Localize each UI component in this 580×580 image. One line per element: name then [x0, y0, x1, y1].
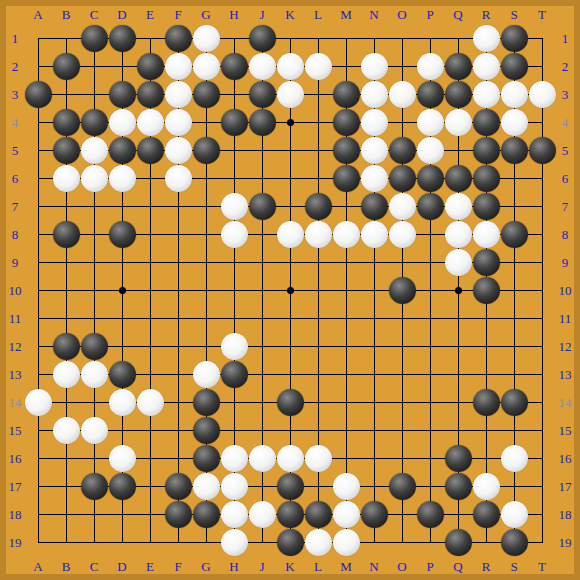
- white-stone-S18: [501, 501, 528, 528]
- black-stone-O17: [389, 473, 416, 500]
- col-label-top-L: L: [314, 8, 322, 21]
- black-stone-K19: [277, 529, 304, 556]
- black-stone-E2: [137, 53, 164, 80]
- row-label-left-7: 7: [12, 200, 19, 213]
- black-stone-M3: [333, 81, 360, 108]
- black-stone-H2: [221, 53, 248, 80]
- black-stone-L18: [305, 501, 332, 528]
- row-label-left-3: 3: [12, 88, 19, 101]
- white-stone-Q7: [445, 193, 472, 220]
- white-stone-F2: [165, 53, 192, 80]
- white-stone-N8: [361, 221, 388, 248]
- row-label-right-9: 9: [562, 256, 569, 269]
- white-stone-F6: [165, 165, 192, 192]
- col-label-top-O: O: [397, 8, 406, 21]
- white-stone-D16: [109, 445, 136, 472]
- column-labels-top: ABCDEFGHJKLMNOPQRST: [24, 1, 556, 27]
- white-stone-C15: [81, 417, 108, 444]
- row-label-right-5: 5: [562, 144, 569, 157]
- col-label-bottom-C: C: [90, 560, 99, 573]
- col-label-top-C: C: [90, 8, 99, 21]
- white-stone-N6: [361, 165, 388, 192]
- white-stone-R8: [473, 221, 500, 248]
- black-stone-E5: [137, 137, 164, 164]
- col-label-top-H: H: [229, 8, 238, 21]
- white-stone-H8: [221, 221, 248, 248]
- white-stone-H12: [221, 333, 248, 360]
- white-stone-N4: [361, 109, 388, 136]
- black-stone-C17: [81, 473, 108, 500]
- black-stone-F1: [165, 25, 192, 52]
- black-stone-C1: [81, 25, 108, 52]
- col-label-bottom-L: L: [314, 560, 322, 573]
- row-label-left-17: 17: [9, 480, 22, 493]
- col-label-top-A: A: [33, 8, 42, 21]
- col-label-bottom-R: R: [482, 560, 491, 573]
- black-stone-P7: [417, 193, 444, 220]
- col-label-bottom-E: E: [146, 560, 154, 573]
- black-stone-R9: [473, 249, 500, 276]
- black-stone-R7: [473, 193, 500, 220]
- black-stone-J7: [249, 193, 276, 220]
- go-board[interactable]: ABCDEFGHJKLMNOPQRST ABCDEFGHJKLMNOPQRST …: [0, 0, 580, 580]
- black-stone-B8: [53, 221, 80, 248]
- row-label-right-15: 15: [559, 424, 572, 437]
- black-stone-G18: [193, 501, 220, 528]
- black-stone-Q6: [445, 165, 472, 192]
- row-label-right-7: 7: [562, 200, 569, 213]
- col-label-top-Q: Q: [453, 8, 462, 21]
- black-stone-J3: [249, 81, 276, 108]
- col-label-bottom-G: G: [201, 560, 210, 573]
- white-stone-A14: [25, 389, 52, 416]
- col-label-bottom-D: D: [117, 560, 126, 573]
- row-label-left-19: 19: [9, 536, 22, 549]
- black-stone-G5: [193, 137, 220, 164]
- black-stone-C12: [81, 333, 108, 360]
- white-stone-P2: [417, 53, 444, 80]
- row-label-right-17: 17: [559, 480, 572, 493]
- col-label-top-B: B: [62, 8, 71, 21]
- white-stone-M19: [333, 529, 360, 556]
- black-stone-R14: [473, 389, 500, 416]
- row-label-left-8: 8: [12, 228, 19, 241]
- black-stone-D5: [109, 137, 136, 164]
- white-stone-P4: [417, 109, 444, 136]
- black-stone-E3: [137, 81, 164, 108]
- row-labels-right: 12345678910111213141516171819: [552, 24, 578, 556]
- col-label-top-M: M: [340, 8, 352, 21]
- row-label-left-15: 15: [9, 424, 22, 437]
- white-stone-H17: [221, 473, 248, 500]
- black-stone-O6: [389, 165, 416, 192]
- white-stone-D6: [109, 165, 136, 192]
- white-stone-M8: [333, 221, 360, 248]
- black-stone-L7: [305, 193, 332, 220]
- black-stone-D17: [109, 473, 136, 500]
- black-stone-R10: [473, 277, 500, 304]
- row-label-left-18: 18: [9, 508, 22, 521]
- white-stone-E14: [137, 389, 164, 416]
- white-stone-G13: [193, 361, 220, 388]
- black-stone-F18: [165, 501, 192, 528]
- black-stone-A3: [25, 81, 52, 108]
- black-stone-K17: [277, 473, 304, 500]
- black-stone-S14: [501, 389, 528, 416]
- row-label-right-3: 3: [562, 88, 569, 101]
- black-stone-S2: [501, 53, 528, 80]
- row-label-left-10: 10: [9, 284, 22, 297]
- row-label-right-11: 11: [559, 312, 572, 325]
- black-stone-C4: [81, 109, 108, 136]
- white-stone-C13: [81, 361, 108, 388]
- col-label-top-P: P: [426, 8, 433, 21]
- black-stone-R5: [473, 137, 500, 164]
- col-label-bottom-P: P: [426, 560, 433, 573]
- row-label-left-1: 1: [12, 32, 19, 45]
- col-label-top-F: F: [174, 8, 181, 21]
- black-stone-K18: [277, 501, 304, 528]
- row-label-left-13: 13: [9, 368, 22, 381]
- black-stone-Q2: [445, 53, 472, 80]
- black-stone-G16: [193, 445, 220, 472]
- black-stone-F17: [165, 473, 192, 500]
- row-label-right-10: 10: [559, 284, 572, 297]
- white-stone-Q4: [445, 109, 472, 136]
- black-stone-R4: [473, 109, 500, 136]
- black-stone-G14: [193, 389, 220, 416]
- row-label-left-4: 4: [12, 116, 19, 129]
- black-stone-B4: [53, 109, 80, 136]
- row-label-left-12: 12: [9, 340, 22, 353]
- white-stone-N2: [361, 53, 388, 80]
- row-label-left-14: 14: [9, 396, 22, 409]
- white-stone-R3: [473, 81, 500, 108]
- col-label-bottom-K: K: [285, 560, 294, 573]
- row-label-right-18: 18: [559, 508, 572, 521]
- white-stone-G17: [193, 473, 220, 500]
- row-label-right-2: 2: [562, 60, 569, 73]
- black-stone-N7: [361, 193, 388, 220]
- white-stone-N3: [361, 81, 388, 108]
- black-stone-R6: [473, 165, 500, 192]
- white-stone-J2: [249, 53, 276, 80]
- white-stone-B6: [53, 165, 80, 192]
- white-stone-F5: [165, 137, 192, 164]
- white-stone-K2: [277, 53, 304, 80]
- black-stone-Q3: [445, 81, 472, 108]
- black-stone-G15: [193, 417, 220, 444]
- white-stone-N5: [361, 137, 388, 164]
- white-stone-H7: [221, 193, 248, 220]
- black-stone-Q19: [445, 529, 472, 556]
- col-label-bottom-N: N: [369, 560, 378, 573]
- black-stone-P6: [417, 165, 444, 192]
- col-label-top-R: R: [482, 8, 491, 21]
- col-label-bottom-O: O: [397, 560, 406, 573]
- black-stone-D13: [109, 361, 136, 388]
- row-label-right-6: 6: [562, 172, 569, 185]
- white-stone-G2: [193, 53, 220, 80]
- black-stone-B12: [53, 333, 80, 360]
- white-stone-F4: [165, 109, 192, 136]
- row-label-left-6: 6: [12, 172, 19, 185]
- col-label-bottom-F: F: [174, 560, 181, 573]
- white-stone-K16: [277, 445, 304, 472]
- row-label-right-8: 8: [562, 228, 569, 241]
- row-label-left-11: 11: [9, 312, 22, 325]
- white-stone-O7: [389, 193, 416, 220]
- black-stone-Q17: [445, 473, 472, 500]
- black-stone-J4: [249, 109, 276, 136]
- black-stone-D3: [109, 81, 136, 108]
- white-stone-R1: [473, 25, 500, 52]
- col-label-top-G: G: [201, 8, 210, 21]
- white-stone-B13: [53, 361, 80, 388]
- stones-layer: [24, 24, 556, 556]
- white-stone-C5: [81, 137, 108, 164]
- white-stone-S4: [501, 109, 528, 136]
- white-stone-L19: [305, 529, 332, 556]
- row-label-left-5: 5: [12, 144, 19, 157]
- white-stone-R2: [473, 53, 500, 80]
- col-label-bottom-S: S: [510, 560, 517, 573]
- black-stone-S8: [501, 221, 528, 248]
- black-stone-O5: [389, 137, 416, 164]
- black-stone-B2: [53, 53, 80, 80]
- row-label-right-13: 13: [559, 368, 572, 381]
- white-stone-E4: [137, 109, 164, 136]
- black-stone-H13: [221, 361, 248, 388]
- col-label-top-S: S: [510, 8, 517, 21]
- white-stone-M17: [333, 473, 360, 500]
- white-stone-D14: [109, 389, 136, 416]
- black-stone-S1: [501, 25, 528, 52]
- col-label-bottom-T: T: [538, 560, 546, 573]
- white-stone-B15: [53, 417, 80, 444]
- row-label-right-14: 14: [559, 396, 572, 409]
- white-stone-J18: [249, 501, 276, 528]
- row-labels-left: 12345678910111213141516171819: [2, 24, 28, 556]
- column-labels-bottom: ABCDEFGHJKLMNOPQRST: [24, 553, 556, 579]
- row-label-right-4: 4: [562, 116, 569, 129]
- row-label-left-2: 2: [12, 60, 19, 73]
- row-label-right-16: 16: [559, 452, 572, 465]
- black-stone-J1: [249, 25, 276, 52]
- black-stone-H4: [221, 109, 248, 136]
- black-stone-N18: [361, 501, 388, 528]
- row-label-left-9: 9: [12, 256, 19, 269]
- row-label-right-19: 19: [559, 536, 572, 549]
- black-stone-D1: [109, 25, 136, 52]
- white-stone-S3: [501, 81, 528, 108]
- white-stone-J16: [249, 445, 276, 472]
- black-stone-K14: [277, 389, 304, 416]
- black-stone-D8: [109, 221, 136, 248]
- col-label-top-T: T: [538, 8, 546, 21]
- col-label-top-K: K: [285, 8, 294, 21]
- row-label-right-1: 1: [562, 32, 569, 45]
- col-label-bottom-A: A: [33, 560, 42, 573]
- black-stone-G3: [193, 81, 220, 108]
- white-stone-C6: [81, 165, 108, 192]
- col-label-top-J: J: [259, 8, 264, 21]
- white-stone-G1: [193, 25, 220, 52]
- black-stone-Q16: [445, 445, 472, 472]
- white-stone-H19: [221, 529, 248, 556]
- white-stone-F3: [165, 81, 192, 108]
- col-label-bottom-M: M: [340, 560, 352, 573]
- white-stone-M18: [333, 501, 360, 528]
- row-label-left-16: 16: [9, 452, 22, 465]
- black-stone-B5: [53, 137, 80, 164]
- white-stone-Q9: [445, 249, 472, 276]
- col-label-bottom-B: B: [62, 560, 71, 573]
- white-stone-S16: [501, 445, 528, 472]
- col-label-top-D: D: [117, 8, 126, 21]
- black-stone-M4: [333, 109, 360, 136]
- col-label-top-N: N: [369, 8, 378, 21]
- white-stone-D4: [109, 109, 136, 136]
- white-stone-L16: [305, 445, 332, 472]
- row-label-right-12: 12: [559, 340, 572, 353]
- black-stone-P18: [417, 501, 444, 528]
- col-label-top-E: E: [146, 8, 154, 21]
- white-stone-R17: [473, 473, 500, 500]
- white-stone-O3: [389, 81, 416, 108]
- white-stone-L2: [305, 53, 332, 80]
- black-stone-P3: [417, 81, 444, 108]
- white-stone-Q8: [445, 221, 472, 248]
- white-stone-H16: [221, 445, 248, 472]
- col-label-bottom-H: H: [229, 560, 238, 573]
- black-stone-S5: [501, 137, 528, 164]
- black-stone-M6: [333, 165, 360, 192]
- col-label-bottom-Q: Q: [453, 560, 462, 573]
- black-stone-S19: [501, 529, 528, 556]
- black-stone-M5: [333, 137, 360, 164]
- col-label-bottom-J: J: [259, 560, 264, 573]
- white-stone-P5: [417, 137, 444, 164]
- white-stone-K8: [277, 221, 304, 248]
- white-stone-K3: [277, 81, 304, 108]
- white-stone-O8: [389, 221, 416, 248]
- white-stone-L8: [305, 221, 332, 248]
- black-stone-O10: [389, 277, 416, 304]
- black-stone-R18: [473, 501, 500, 528]
- white-stone-H18: [221, 501, 248, 528]
